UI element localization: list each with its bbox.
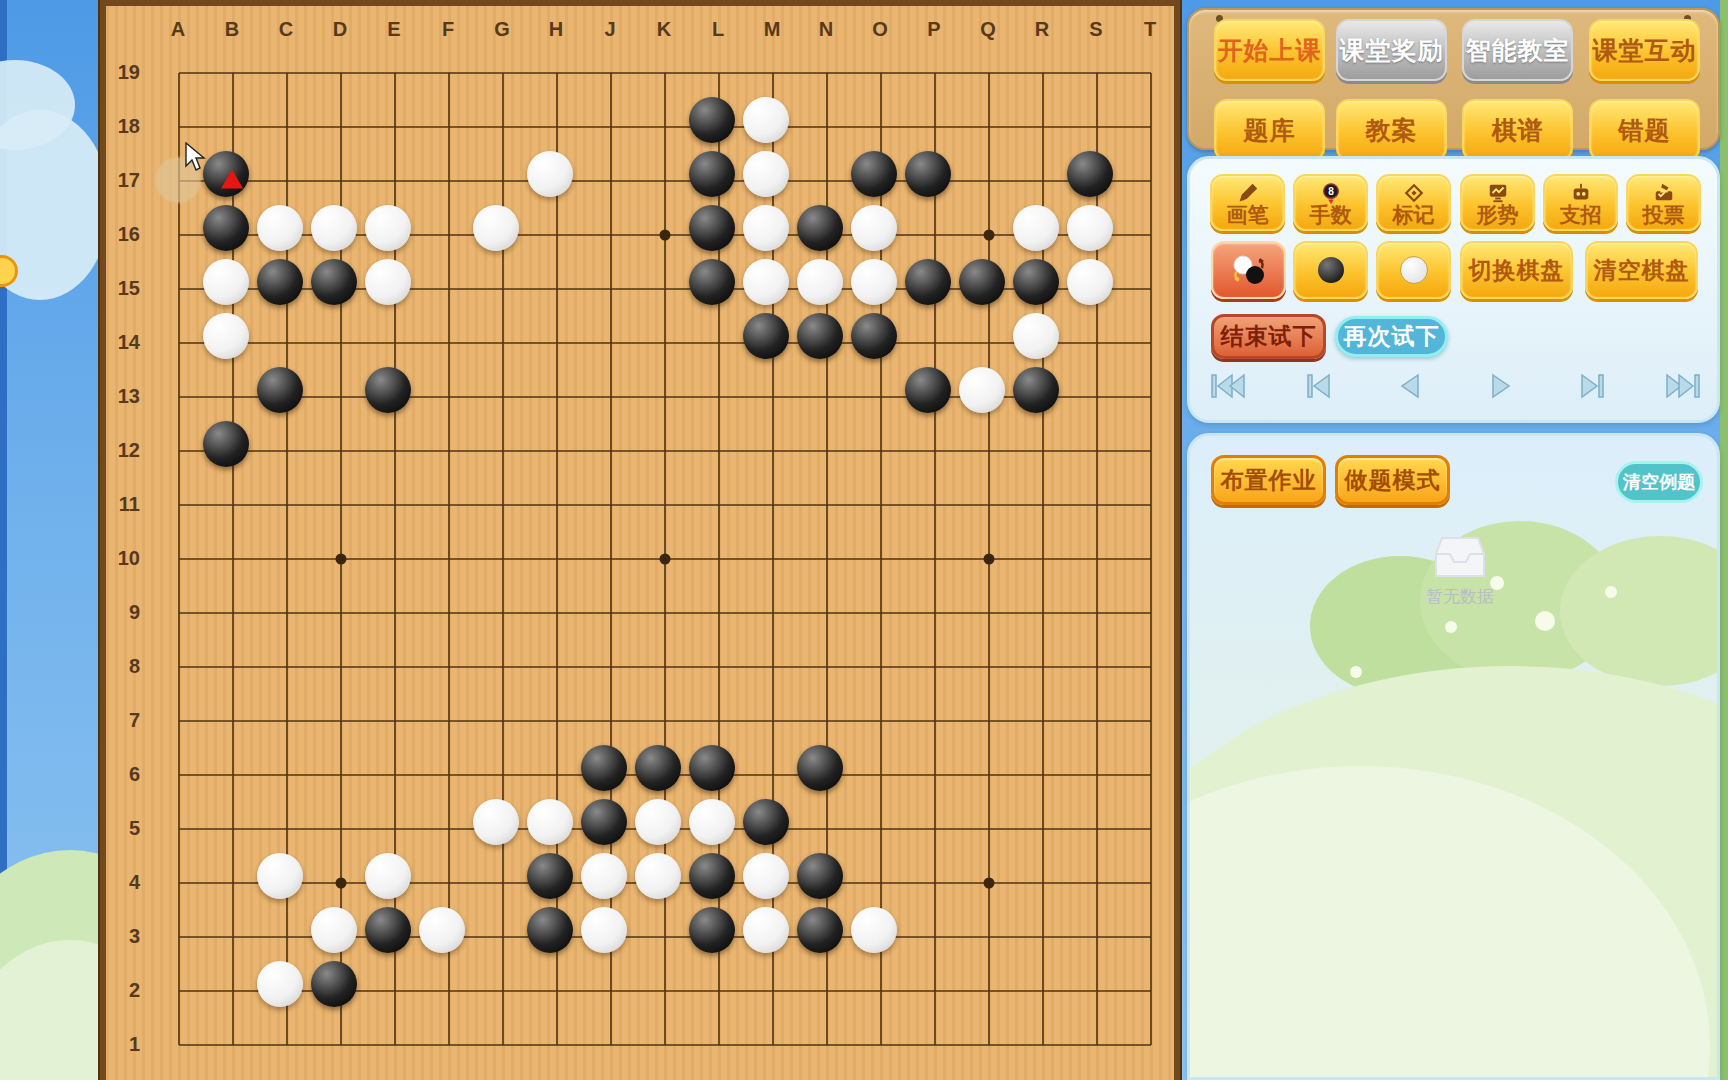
stone-B14	[203, 313, 249, 359]
stone-M15	[743, 259, 789, 305]
move-number-tool-button[interactable]: 8 手数	[1293, 174, 1368, 231]
next-fast-button[interactable]	[1572, 371, 1612, 401]
clear-examples-button[interactable]: 清空例题	[1615, 461, 1703, 503]
flower-dot	[1350, 666, 1362, 678]
stone-K6	[635, 745, 681, 791]
row-label-6: 6	[106, 759, 140, 789]
stone-F3	[419, 907, 465, 953]
lesson-plan-button[interactable]: 教案	[1336, 99, 1447, 161]
homework-panel: 布置作业 做题模式 清空例题 暂无数据	[1187, 433, 1720, 1080]
svg-text:8: 8	[1328, 186, 1334, 197]
vote-ballot-icon	[1652, 182, 1676, 204]
flower-dot	[1535, 611, 1555, 631]
territory-monitor-icon	[1486, 182, 1510, 204]
row-label-13: 13	[106, 381, 140, 411]
stone-B12	[203, 421, 249, 467]
move-number-icon: 8	[1319, 182, 1343, 204]
row-label-17: 17	[106, 165, 140, 195]
stone-O15	[851, 259, 897, 305]
stones-grid	[145, 39, 1171, 1065]
vote-tool-button[interactable]: 投票	[1626, 174, 1701, 231]
stone-H17	[527, 151, 573, 197]
row-label-16: 16	[106, 219, 140, 249]
stone-R13	[1013, 367, 1059, 413]
brush-tool-button[interactable]: 画笔	[1210, 174, 1285, 231]
black-white-swap-icon	[1229, 252, 1269, 288]
problem-mode-button[interactable]: 做题模式	[1335, 455, 1450, 505]
stone-C16	[257, 205, 303, 251]
stone-M4	[743, 853, 789, 899]
row-label-19: 19	[106, 57, 140, 87]
alternate-stone-button[interactable]	[1211, 241, 1286, 299]
stone-P17	[905, 151, 951, 197]
class-toolbar-panel: 开始上课 课堂奖励 智能教室 课堂互动 题库 教案 棋谱 错题	[1187, 8, 1720, 150]
game-record-button[interactable]: 棋谱	[1462, 99, 1573, 161]
start-class-button[interactable]: 开始上课	[1214, 19, 1325, 81]
stone-K5	[635, 799, 681, 845]
stone-L16	[689, 205, 735, 251]
stone-L3	[689, 907, 735, 953]
stone-C4	[257, 853, 303, 899]
row-label-18: 18	[106, 111, 140, 141]
row-label-14: 14	[106, 327, 140, 357]
step-back-button[interactable]	[1390, 371, 1430, 401]
row-label-2: 2	[106, 975, 140, 1005]
retry-trial-button[interactable]: 再次试下	[1335, 316, 1448, 357]
stone-N15	[797, 259, 843, 305]
flower-dot	[1605, 586, 1617, 598]
stone-B16	[203, 205, 249, 251]
stone-G16	[473, 205, 519, 251]
stone-H5	[527, 799, 573, 845]
stone-L6	[689, 745, 735, 791]
stone-D3	[311, 907, 357, 953]
stone-S15	[1067, 259, 1113, 305]
stone-D16	[311, 205, 357, 251]
stone-O16	[851, 205, 897, 251]
row-label-4: 4	[106, 867, 140, 897]
hover-ghost-stone	[155, 157, 201, 203]
go-board[interactable]: ABCDEFGHJKLMNOPQRST 19181716151413121110…	[100, 0, 1180, 1080]
stone-K4	[635, 853, 681, 899]
stone-M16	[743, 205, 789, 251]
diamond-mark-icon	[1402, 182, 1426, 204]
white-stone-icon	[1400, 256, 1428, 284]
end-trial-button[interactable]: 结束试下	[1211, 314, 1326, 359]
stone-O17	[851, 151, 897, 197]
stone-L18	[689, 97, 735, 143]
stone-N16	[797, 205, 843, 251]
row-label-7: 7	[106, 705, 140, 735]
last-move-triangle-marker	[221, 170, 243, 189]
stone-L15	[689, 259, 735, 305]
stone-S16	[1067, 205, 1113, 251]
board-tools-panel: 画笔 8 手数 标记 形势 支招 投票	[1187, 156, 1720, 423]
stone-O3	[851, 907, 897, 953]
stone-J4	[581, 853, 627, 899]
stone-E13	[365, 367, 411, 413]
row-label-8: 8	[106, 651, 140, 681]
row-label-3: 3	[106, 921, 140, 951]
black-stone-icon	[1318, 257, 1344, 283]
stone-C13	[257, 367, 303, 413]
stone-N6	[797, 745, 843, 791]
row-label-11: 11	[106, 489, 140, 519]
stone-G5	[473, 799, 519, 845]
row-label-1: 1	[106, 1029, 140, 1059]
stone-S17	[1067, 151, 1113, 197]
stone-Q15	[959, 259, 1005, 305]
stone-R16	[1013, 205, 1059, 251]
stone-E15	[365, 259, 411, 305]
row-label-9: 9	[106, 597, 140, 627]
stone-D15	[311, 259, 357, 305]
stone-J6	[581, 745, 627, 791]
row-label-12: 12	[106, 435, 140, 465]
stone-E16	[365, 205, 411, 251]
stone-H3	[527, 907, 573, 953]
hint-robot-icon	[1569, 182, 1593, 204]
stone-R14	[1013, 313, 1059, 359]
flower-dot	[1445, 621, 1457, 633]
switch-board-button[interactable]: 切换棋盘	[1460, 241, 1573, 299]
stone-J3	[581, 907, 627, 953]
class-interaction-button[interactable]: 课堂互动	[1589, 19, 1700, 81]
stone-L5	[689, 799, 735, 845]
stone-P15	[905, 259, 951, 305]
stone-N14	[797, 313, 843, 359]
stone-E4	[365, 853, 411, 899]
row-label-15: 15	[106, 273, 140, 303]
clear-board-button[interactable]: 清空棋盘	[1585, 241, 1698, 299]
stone-D2	[311, 961, 357, 1007]
black-stone-button[interactable]	[1293, 241, 1368, 299]
skip-to-end-button[interactable]	[1663, 371, 1703, 401]
row-label-5: 5	[106, 813, 140, 843]
stone-O14	[851, 313, 897, 359]
hint-tool-button[interactable]: 支招	[1543, 174, 1618, 231]
territory-tool-button[interactable]: 形势	[1460, 174, 1535, 231]
stone-N4	[797, 853, 843, 899]
step-forward-button[interactable]	[1481, 371, 1521, 401]
pencil-icon	[1236, 182, 1260, 204]
wrong-question-button[interactable]: 错题	[1589, 99, 1700, 161]
empty-state-text: 暂无数据	[1405, 585, 1515, 608]
stone-H4	[527, 853, 573, 899]
empty-state: 暂无数据	[1405, 536, 1515, 608]
smart-classroom-button[interactable]: 智能教室	[1462, 19, 1573, 81]
previous-fast-button[interactable]	[1299, 371, 1339, 401]
stone-B15	[203, 259, 249, 305]
question-bank-button[interactable]: 题库	[1214, 99, 1325, 161]
stone-C2	[257, 961, 303, 1007]
stone-M3	[743, 907, 789, 953]
app-screen: ABCDEFGHJKLMNOPQRST 19181716151413121110…	[0, 0, 1728, 1080]
mark-tool-button[interactable]: 标记	[1376, 174, 1451, 231]
stone-N3	[797, 907, 843, 953]
stone-M5	[743, 799, 789, 845]
row-label-10: 10	[106, 543, 140, 573]
stone-L17	[689, 151, 735, 197]
stone-M17	[743, 151, 789, 197]
stone-E3	[365, 907, 411, 953]
stone-J5	[581, 799, 627, 845]
skip-to-start-button[interactable]	[1208, 371, 1248, 401]
empty-tray-icon	[1434, 536, 1486, 580]
playback-controls	[1208, 366, 1703, 406]
white-stone-button[interactable]	[1376, 241, 1451, 299]
right-edge-strip	[1720, 0, 1728, 1080]
stone-M14	[743, 313, 789, 359]
stone-Q13	[959, 367, 1005, 413]
stone-L4	[689, 853, 735, 899]
class-reward-button[interactable]: 课堂奖励	[1336, 19, 1447, 81]
stone-P13	[905, 367, 951, 413]
assign-homework-button[interactable]: 布置作业	[1211, 455, 1326, 505]
stone-M18	[743, 97, 789, 143]
stone-R15	[1013, 259, 1059, 305]
stone-C15	[257, 259, 303, 305]
